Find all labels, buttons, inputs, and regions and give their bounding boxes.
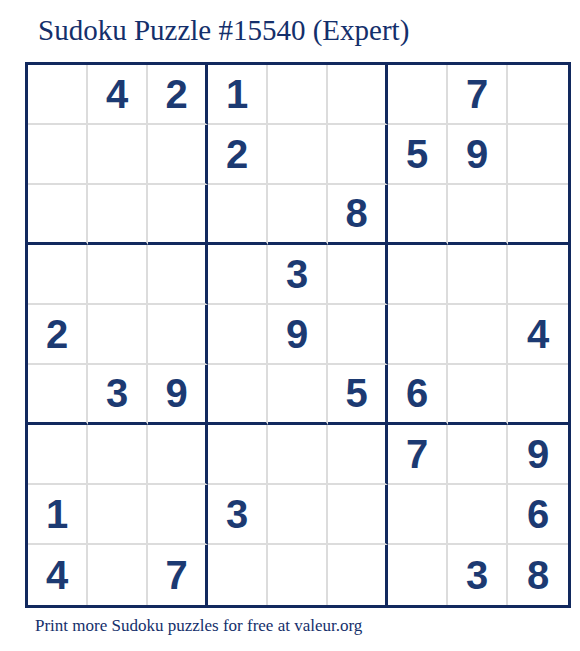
cell-r3c3[interactable] xyxy=(148,185,208,245)
cell-r6c9[interactable] xyxy=(508,365,568,425)
cell-r7c9[interactable]: 9 xyxy=(508,425,568,485)
cell-r6c8[interactable] xyxy=(448,365,508,425)
cell-r2c9[interactable] xyxy=(508,125,568,185)
cell-r8c1[interactable]: 1 xyxy=(28,485,88,545)
cell-r5c5[interactable]: 9 xyxy=(268,305,328,365)
cell-r1c2[interactable]: 4 xyxy=(88,65,148,125)
cell-r5c8[interactable] xyxy=(448,305,508,365)
cell-r8c2[interactable] xyxy=(88,485,148,545)
cell-r4c4[interactable] xyxy=(208,245,268,305)
cell-r3c9[interactable] xyxy=(508,185,568,245)
cell-r3c5[interactable] xyxy=(268,185,328,245)
cell-r6c5[interactable] xyxy=(268,365,328,425)
cell-r2c5[interactable] xyxy=(268,125,328,185)
cell-r7c7[interactable]: 7 xyxy=(388,425,448,485)
cell-r2c3[interactable] xyxy=(148,125,208,185)
cell-r5c2[interactable] xyxy=(88,305,148,365)
sudoku-page: Sudoku Puzzle #15540 (Expert) 4217259832… xyxy=(0,0,580,651)
cell-r7c1[interactable] xyxy=(28,425,88,485)
cell-r4c8[interactable] xyxy=(448,245,508,305)
cell-r1c9[interactable] xyxy=(508,65,568,125)
cell-r6c1[interactable] xyxy=(28,365,88,425)
cell-r7c6[interactable] xyxy=(328,425,388,485)
cell-r2c7[interactable]: 5 xyxy=(388,125,448,185)
footer-text: Print more Sudoku puzzles for free at va… xyxy=(35,616,362,636)
cell-r8c7[interactable] xyxy=(388,485,448,545)
cell-r9c2[interactable] xyxy=(88,545,148,605)
cell-r8c5[interactable] xyxy=(268,485,328,545)
cell-r7c8[interactable] xyxy=(448,425,508,485)
cell-r1c7[interactable] xyxy=(388,65,448,125)
cell-r4c7[interactable] xyxy=(388,245,448,305)
cell-r6c6[interactable]: 5 xyxy=(328,365,388,425)
cell-r7c4[interactable] xyxy=(208,425,268,485)
cell-r3c2[interactable] xyxy=(88,185,148,245)
page-title: Sudoku Puzzle #15540 (Expert) xyxy=(38,14,409,47)
cell-r1c4[interactable]: 1 xyxy=(208,65,268,125)
cell-r3c1[interactable] xyxy=(28,185,88,245)
cell-r4c1[interactable] xyxy=(28,245,88,305)
sudoku-board: 4217259832943956791364738 xyxy=(25,62,571,608)
cell-r5c1[interactable]: 2 xyxy=(28,305,88,365)
cell-r1c8[interactable]: 7 xyxy=(448,65,508,125)
cell-r3c4[interactable] xyxy=(208,185,268,245)
cell-r9c7[interactable] xyxy=(388,545,448,605)
cell-r2c1[interactable] xyxy=(28,125,88,185)
cell-r5c4[interactable] xyxy=(208,305,268,365)
cell-r4c5[interactable]: 3 xyxy=(268,245,328,305)
cell-r5c9[interactable]: 4 xyxy=(508,305,568,365)
cell-r1c3[interactable]: 2 xyxy=(148,65,208,125)
cell-r7c2[interactable] xyxy=(88,425,148,485)
cell-r7c5[interactable] xyxy=(268,425,328,485)
cell-r6c4[interactable] xyxy=(208,365,268,425)
cell-r7c3[interactable] xyxy=(148,425,208,485)
cell-r5c6[interactable] xyxy=(328,305,388,365)
cell-r2c6[interactable] xyxy=(328,125,388,185)
cell-r8c4[interactable]: 3 xyxy=(208,485,268,545)
cell-r9c5[interactable] xyxy=(268,545,328,605)
cell-r8c3[interactable] xyxy=(148,485,208,545)
cell-r5c7[interactable] xyxy=(388,305,448,365)
cell-r1c1[interactable] xyxy=(28,65,88,125)
cell-r1c5[interactable] xyxy=(268,65,328,125)
cell-r3c8[interactable] xyxy=(448,185,508,245)
cell-r3c7[interactable] xyxy=(388,185,448,245)
cell-r9c1[interactable]: 4 xyxy=(28,545,88,605)
cell-r2c8[interactable]: 9 xyxy=(448,125,508,185)
cell-r6c3[interactable]: 9 xyxy=(148,365,208,425)
cell-r2c4[interactable]: 2 xyxy=(208,125,268,185)
cell-r9c8[interactable]: 3 xyxy=(448,545,508,605)
cell-r9c6[interactable] xyxy=(328,545,388,605)
cell-r9c9[interactable]: 8 xyxy=(508,545,568,605)
cell-r9c4[interactable] xyxy=(208,545,268,605)
cell-r4c9[interactable] xyxy=(508,245,568,305)
cell-r2c2[interactable] xyxy=(88,125,148,185)
cell-r6c2[interactable]: 3 xyxy=(88,365,148,425)
cell-r9c3[interactable]: 7 xyxy=(148,545,208,605)
cell-r5c3[interactable] xyxy=(148,305,208,365)
cell-r4c2[interactable] xyxy=(88,245,148,305)
cell-r8c8[interactable] xyxy=(448,485,508,545)
cell-r8c9[interactable]: 6 xyxy=(508,485,568,545)
cell-r4c6[interactable] xyxy=(328,245,388,305)
cell-r6c7[interactable]: 6 xyxy=(388,365,448,425)
cell-r8c6[interactable] xyxy=(328,485,388,545)
cell-r3c6[interactable]: 8 xyxy=(328,185,388,245)
cell-r4c3[interactable] xyxy=(148,245,208,305)
cell-r1c6[interactable] xyxy=(328,65,388,125)
